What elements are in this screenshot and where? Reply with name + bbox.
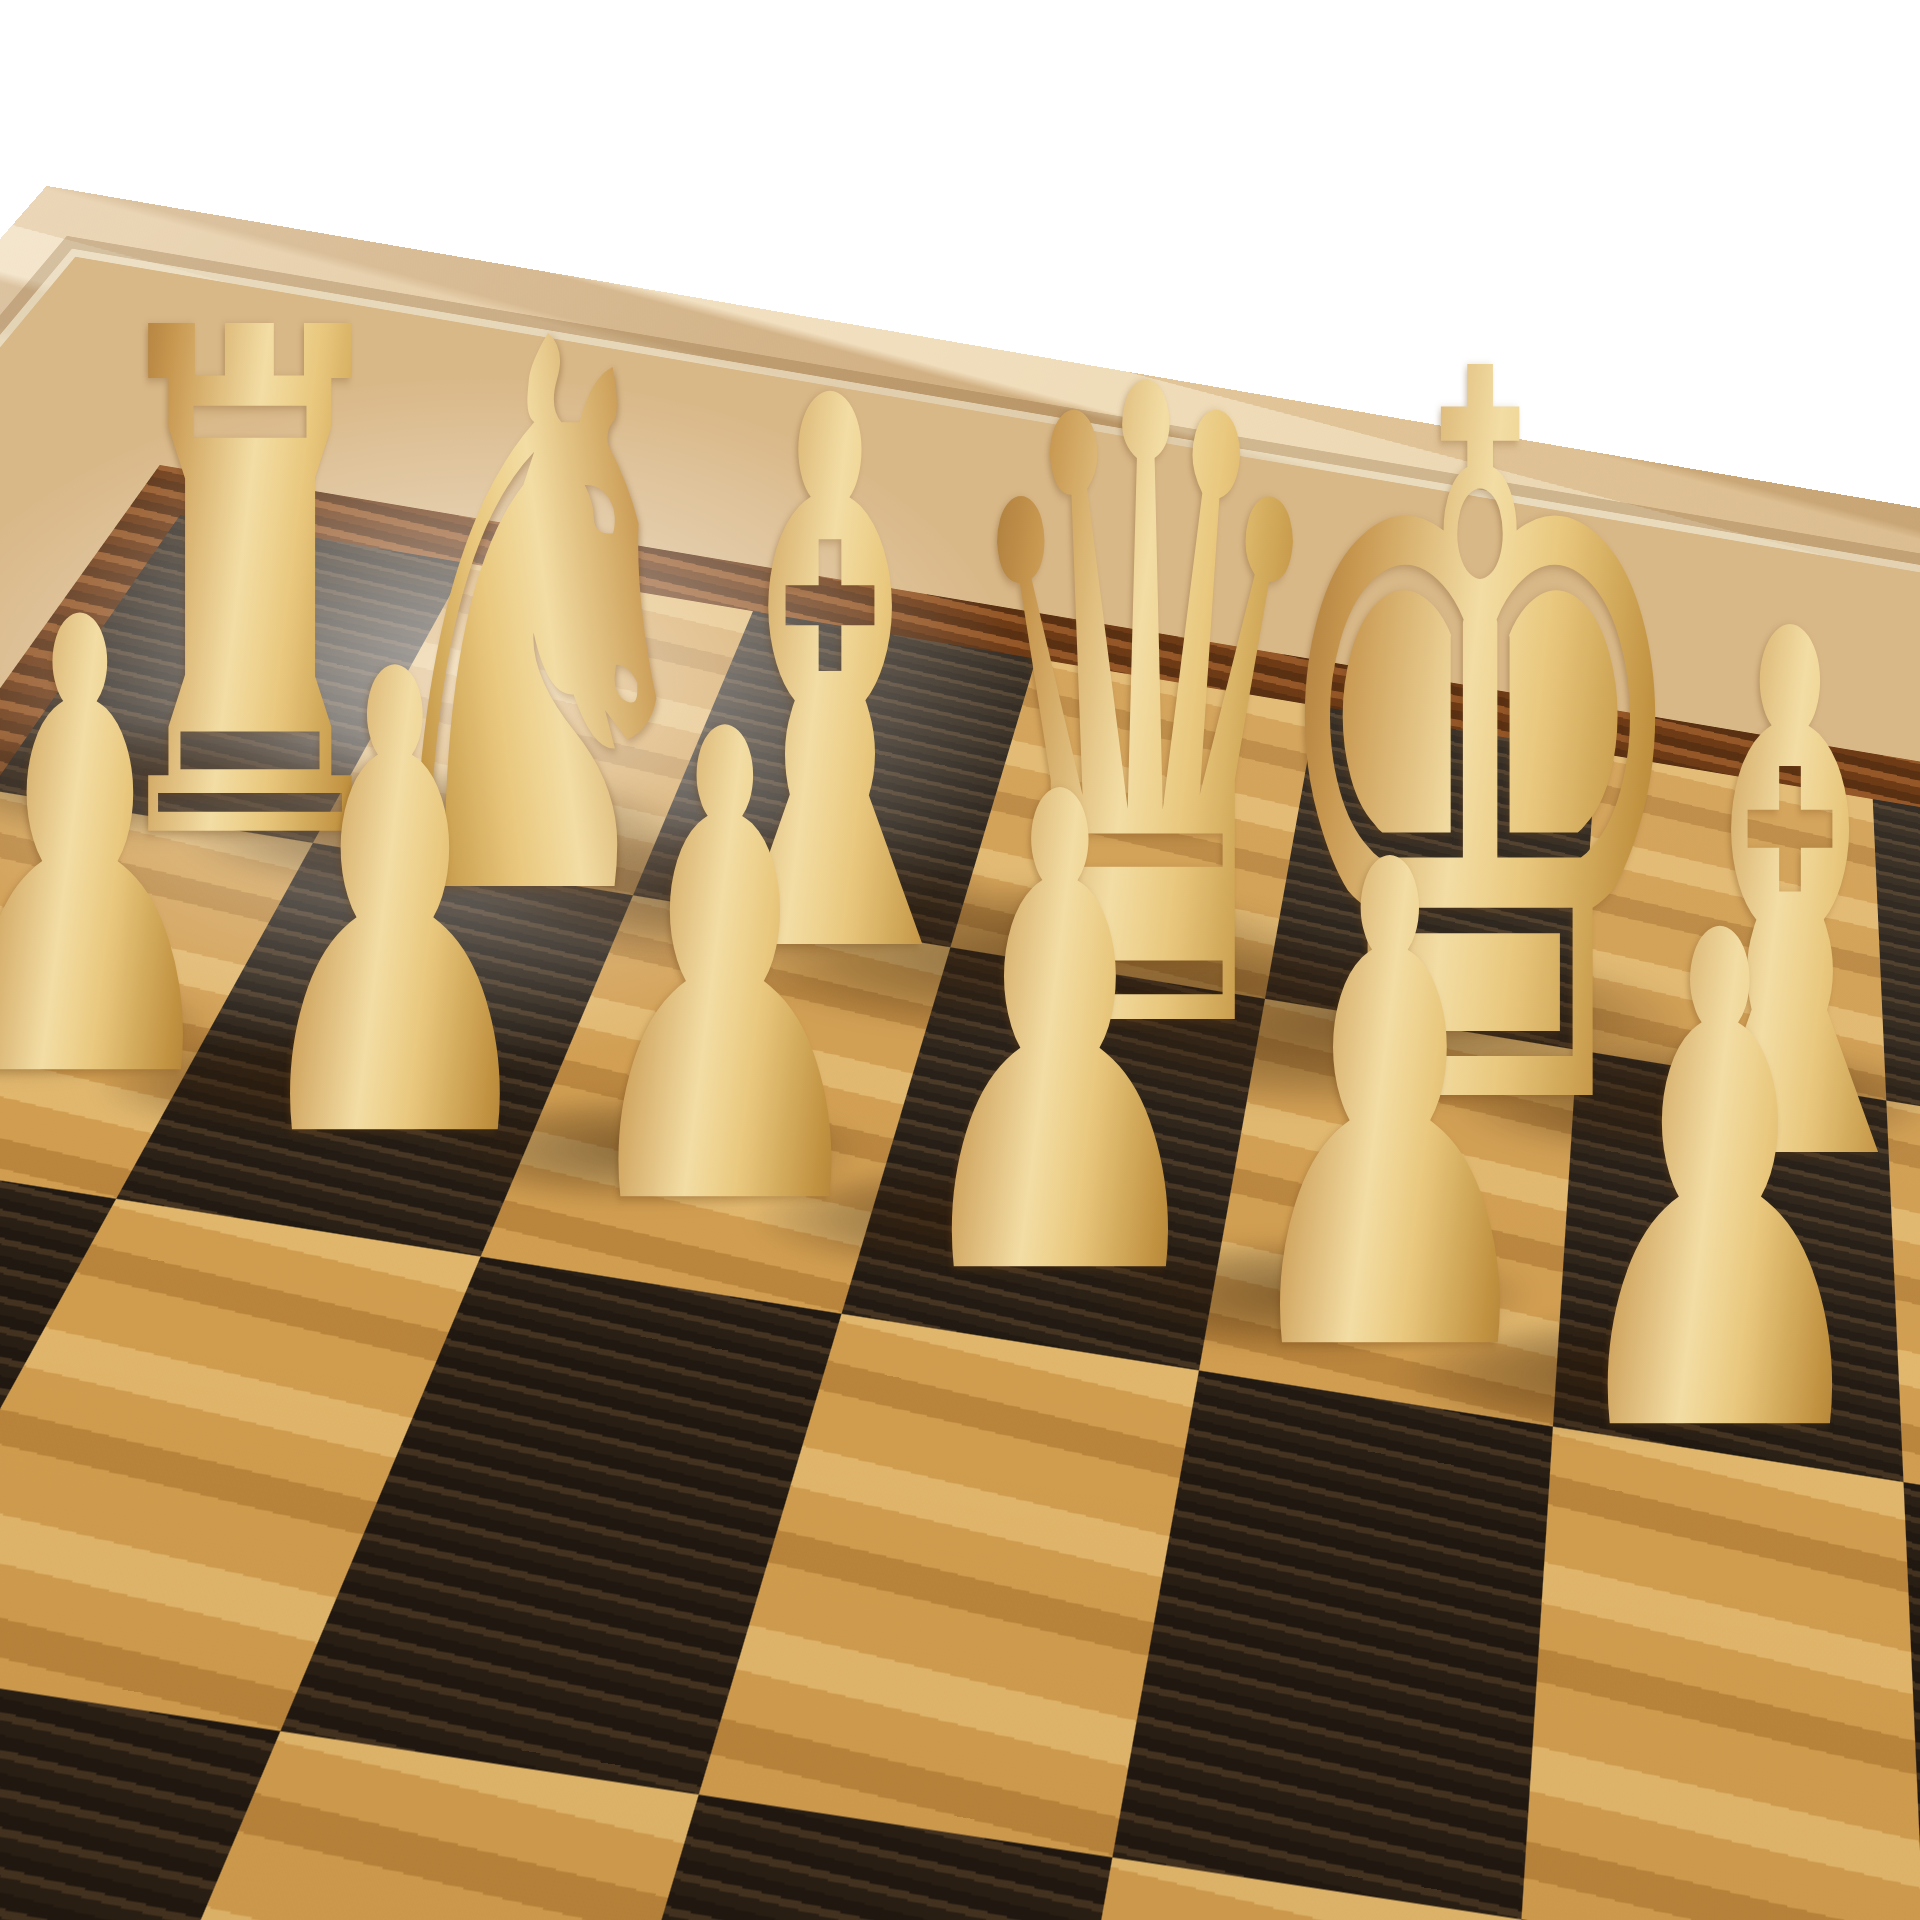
photo-scene: ♜♞♝♛♚♟♟♝♟♟♟♟	[0, 0, 1920, 1920]
white-pawn-f2[interactable]: ♟	[1415, 847, 1920, 1528]
pieces-layer: ♜♞♝♛♚♟♟♝♟♟♟♟	[0, 0, 1920, 1920]
pawn-glyph: ♟	[1552, 847, 1888, 1528]
